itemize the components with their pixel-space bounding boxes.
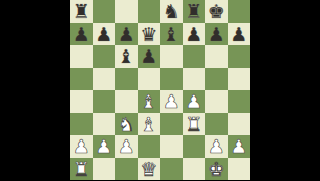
piece-black-king[interactable]: ♚ (208, 0, 225, 22)
piece-black-queen[interactable]: ♛ (140, 22, 157, 45)
square-a7[interactable]: ♟ (70, 23, 93, 46)
square-d5[interactable] (138, 68, 161, 91)
piece-white-pawn[interactable]: ♟ (230, 135, 247, 158)
square-d4[interactable]: ♝ (138, 90, 161, 113)
square-g6[interactable] (205, 45, 228, 68)
piece-black-bishop[interactable]: ♝ (163, 22, 180, 45)
square-a2[interactable]: ♟ (70, 135, 93, 158)
piece-white-pawn[interactable]: ♟ (95, 135, 112, 158)
square-h2[interactable]: ♟ (228, 135, 251, 158)
square-f3[interactable]: ♜ (183, 113, 206, 136)
piece-white-pawn[interactable]: ♟ (185, 90, 202, 113)
square-d2[interactable] (138, 135, 161, 158)
square-h1[interactable] (228, 158, 251, 181)
square-b1[interactable] (93, 158, 116, 181)
chess-board[interactable]: ♜♞♜♚♟♟♟♛♝♟♟♟♝♟♝♟♟♞♝♜♟♟♟♟♟♜♛♚ (70, 0, 250, 180)
square-b3[interactable] (93, 113, 116, 136)
square-b5[interactable] (93, 68, 116, 91)
letterbox-left (0, 0, 70, 180)
square-b2[interactable]: ♟ (93, 135, 116, 158)
square-e7[interactable]: ♝ (160, 23, 183, 46)
square-b8[interactable] (93, 0, 116, 23)
square-c2[interactable]: ♟ (115, 135, 138, 158)
square-c8[interactable] (115, 0, 138, 23)
square-f2[interactable] (183, 135, 206, 158)
piece-black-knight[interactable]: ♞ (163, 0, 180, 22)
square-h7[interactable]: ♟ (228, 23, 251, 46)
square-e6[interactable] (160, 45, 183, 68)
piece-black-pawn[interactable]: ♟ (95, 22, 112, 45)
square-b4[interactable] (93, 90, 116, 113)
square-d8[interactable] (138, 0, 161, 23)
square-f6[interactable] (183, 45, 206, 68)
piece-white-bishop[interactable]: ♝ (140, 112, 157, 135)
piece-black-pawn[interactable]: ♟ (185, 22, 202, 45)
piece-black-pawn[interactable]: ♟ (230, 22, 247, 45)
square-h5[interactable] (228, 68, 251, 91)
square-b6[interactable] (93, 45, 116, 68)
app-window: ♜♞♜♚♟♟♟♛♝♟♟♟♝♟♝♟♟♞♝♜♟♟♟♟♟♜♛♚ (0, 0, 320, 180)
piece-white-rook[interactable]: ♜ (185, 112, 202, 135)
square-a3[interactable] (70, 113, 93, 136)
square-h4[interactable] (228, 90, 251, 113)
piece-white-rook[interactable]: ♜ (73, 157, 90, 180)
square-e1[interactable] (160, 158, 183, 181)
square-c3[interactable]: ♞ (115, 113, 138, 136)
square-d6[interactable]: ♟ (138, 45, 161, 68)
square-a1[interactable]: ♜ (70, 158, 93, 181)
piece-white-bishop[interactable]: ♝ (140, 90, 157, 113)
piece-black-pawn[interactable]: ♟ (118, 22, 135, 45)
square-a5[interactable] (70, 68, 93, 91)
square-h8[interactable] (228, 0, 251, 23)
piece-black-rook[interactable]: ♜ (185, 0, 202, 22)
piece-black-pawn[interactable]: ♟ (208, 22, 225, 45)
square-e2[interactable] (160, 135, 183, 158)
square-g5[interactable] (205, 68, 228, 91)
square-g7[interactable]: ♟ (205, 23, 228, 46)
square-h6[interactable] (228, 45, 251, 68)
square-c4[interactable] (115, 90, 138, 113)
square-f7[interactable]: ♟ (183, 23, 206, 46)
square-c6[interactable]: ♝ (115, 45, 138, 68)
square-f4[interactable]: ♟ (183, 90, 206, 113)
square-a4[interactable] (70, 90, 93, 113)
square-g4[interactable] (205, 90, 228, 113)
piece-black-bishop[interactable]: ♝ (118, 45, 135, 68)
piece-white-pawn[interactable]: ♟ (73, 135, 90, 158)
square-a6[interactable] (70, 45, 93, 68)
square-e4[interactable]: ♟ (160, 90, 183, 113)
square-f8[interactable]: ♜ (183, 0, 206, 23)
square-c1[interactable] (115, 158, 138, 181)
piece-white-knight[interactable]: ♞ (118, 112, 135, 135)
piece-white-pawn[interactable]: ♟ (118, 135, 135, 158)
piece-black-rook[interactable]: ♜ (73, 0, 90, 22)
square-g1[interactable]: ♚ (205, 158, 228, 181)
square-f1[interactable] (183, 158, 206, 181)
square-b7[interactable]: ♟ (93, 23, 116, 46)
piece-black-pawn[interactable]: ♟ (73, 22, 90, 45)
letterbox-right (250, 0, 320, 180)
piece-white-king[interactable]: ♚ (208, 157, 225, 180)
square-a8[interactable]: ♜ (70, 0, 93, 23)
piece-white-pawn[interactable]: ♟ (208, 135, 225, 158)
square-e5[interactable] (160, 68, 183, 91)
square-g8[interactable]: ♚ (205, 0, 228, 23)
square-h3[interactable] (228, 113, 251, 136)
square-d7[interactable]: ♛ (138, 23, 161, 46)
square-f5[interactable] (183, 68, 206, 91)
square-g3[interactable] (205, 113, 228, 136)
piece-white-queen[interactable]: ♛ (140, 157, 157, 180)
square-c7[interactable]: ♟ (115, 23, 138, 46)
square-g2[interactable]: ♟ (205, 135, 228, 158)
piece-white-pawn[interactable]: ♟ (163, 90, 180, 113)
square-e3[interactable] (160, 113, 183, 136)
piece-black-pawn[interactable]: ♟ (140, 45, 157, 68)
square-c5[interactable] (115, 68, 138, 91)
square-d1[interactable]: ♛ (138, 158, 161, 181)
square-e8[interactable]: ♞ (160, 0, 183, 23)
square-d3[interactable]: ♝ (138, 113, 161, 136)
